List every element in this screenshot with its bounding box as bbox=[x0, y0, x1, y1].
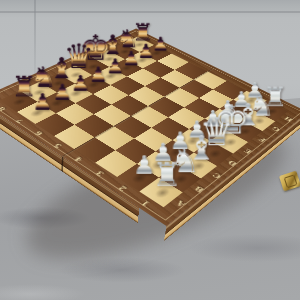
piece-black-pawn: ♟ bbox=[52, 82, 72, 104]
chess-set-photo: ♜♞♝♛♚♝♞♜♟♟♟♟♟♟♟♟♟♟♟♟♟♟♟♟♜♞♝♛♚♝♞♜ 8765432… bbox=[0, 0, 300, 300]
wall-seam bbox=[0, 11, 300, 13]
piece-black-pawn: ♟ bbox=[32, 91, 53, 114]
file-label-H: H bbox=[274, 111, 300, 127]
piece-black-pawn: ♟ bbox=[89, 64, 108, 85]
piece-black-pawn: ♟ bbox=[71, 73, 91, 95]
piece-black-pawn: ♟ bbox=[106, 56, 125, 77]
piece-white-rook: ♜ bbox=[152, 159, 182, 192]
